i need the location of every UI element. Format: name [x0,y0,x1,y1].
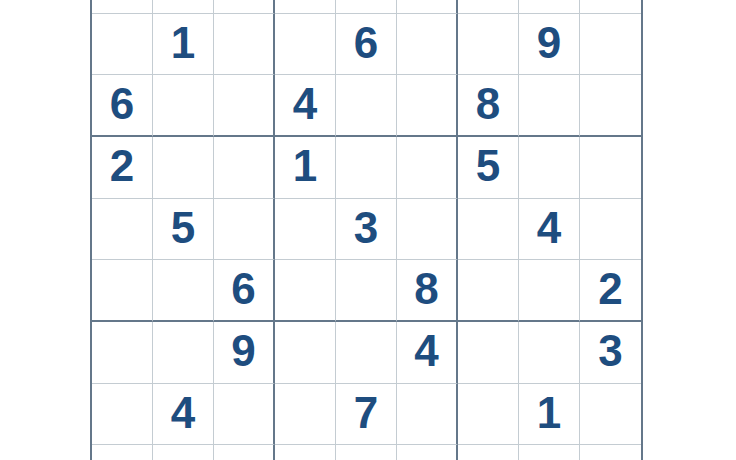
sudoku-cell-r4c2[interactable] [153,137,214,199]
sudoku-cell-r6c4[interactable] [275,260,336,322]
sudoku-cell-r2c9[interactable] [580,14,641,76]
sudoku-cell-r7c3[interactable]: 9 [214,322,275,384]
sudoku-cell-r2c8[interactable]: 9 [519,14,580,76]
sudoku-cell-r9c4[interactable] [275,445,336,460]
sudoku-cell-r1c6[interactable] [397,0,458,14]
given-digit: 1 [171,21,195,65]
given-digit: 5 [476,144,500,188]
sudoku-cell-r7c8[interactable] [519,322,580,384]
sudoku-cell-r2c6[interactable] [397,14,458,76]
sudoku-cell-r9c1[interactable] [92,445,153,460]
sudoku-cell-r9c2[interactable] [153,445,214,460]
sudoku-cell-r4c4[interactable]: 1 [275,137,336,199]
sudoku-cell-r1c8[interactable] [519,0,580,14]
sudoku-cell-r7c4[interactable] [275,322,336,384]
sudoku-cell-r7c7[interactable] [458,322,519,384]
sudoku-cell-r3c1[interactable]: 6 [92,75,153,137]
sudoku-cell-r4c7[interactable]: 5 [458,137,519,199]
sudoku-cell-r6c8[interactable] [519,260,580,322]
sudoku-cell-r5c4[interactable] [275,199,336,261]
sudoku-cell-r2c7[interactable] [458,14,519,76]
given-digit: 8 [476,82,500,126]
sudoku-cell-r1c4[interactable] [275,0,336,14]
sudoku-cell-r9c5[interactable] [336,445,397,460]
sudoku-cell-r4c9[interactable] [580,137,641,199]
given-digit: 4 [293,82,317,126]
sudoku-cell-r8c4[interactable] [275,384,336,446]
sudoku-cell-r2c1[interactable] [92,14,153,76]
sudoku-cell-r9c7[interactable] [458,445,519,460]
sudoku-cell-r1c2[interactable] [153,0,214,14]
sudoku-cell-r8c5[interactable]: 7 [336,384,397,446]
sudoku-cell-r3c8[interactable] [519,75,580,137]
sudoku-cell-r3c3[interactable] [214,75,275,137]
sudoku-cell-r6c2[interactable] [153,260,214,322]
sudoku-cell-r9c9[interactable] [580,445,641,460]
sudoku-cell-r8c6[interactable] [397,384,458,446]
sudoku-cell-r9c8[interactable] [519,445,580,460]
sudoku-page: 169648215534682943471 [0,0,736,460]
sudoku-cell-r1c9[interactable] [580,0,641,14]
sudoku-cell-r5c1[interactable] [92,199,153,261]
sudoku-cell-r7c2[interactable] [153,322,214,384]
sudoku-cell-r5c8[interactable]: 4 [519,199,580,261]
given-digit: 2 [598,267,622,311]
given-digit: 1 [293,144,317,188]
given-digit: 6 [231,267,255,311]
sudoku-cell-r2c4[interactable] [275,14,336,76]
sudoku-cell-r8c8[interactable]: 1 [519,384,580,446]
sudoku-cell-r6c1[interactable] [92,260,153,322]
sudoku-cell-r4c5[interactable] [336,137,397,199]
given-digit: 2 [110,144,134,188]
sudoku-cell-r8c2[interactable]: 4 [153,384,214,446]
given-digit: 6 [354,21,378,65]
sudoku-cell-r9c3[interactable] [214,445,275,460]
sudoku-cell-r5c7[interactable] [458,199,519,261]
given-digit: 6 [110,82,134,126]
sudoku-cell-r2c5[interactable]: 6 [336,14,397,76]
given-digit: 4 [171,391,195,435]
given-digit: 3 [354,206,378,250]
sudoku-cell-r4c1[interactable]: 2 [92,137,153,199]
given-digit: 5 [171,206,195,250]
sudoku-cell-r1c3[interactable] [214,0,275,14]
sudoku-cell-r3c5[interactable] [336,75,397,137]
sudoku-cell-r4c6[interactable] [397,137,458,199]
given-digit: 9 [537,21,561,65]
given-digit: 1 [537,391,561,435]
sudoku-cell-r6c9[interactable]: 2 [580,260,641,322]
sudoku-board: 169648215534682943471 [90,0,643,460]
sudoku-cell-r5c2[interactable]: 5 [153,199,214,261]
sudoku-cell-r5c3[interactable] [214,199,275,261]
sudoku-cell-r6c5[interactable] [336,260,397,322]
sudoku-cell-r3c9[interactable] [580,75,641,137]
sudoku-cell-r2c2[interactable]: 1 [153,14,214,76]
sudoku-cell-r7c6[interactable]: 4 [397,322,458,384]
sudoku-cell-r5c5[interactable]: 3 [336,199,397,261]
sudoku-cell-r5c9[interactable] [580,199,641,261]
sudoku-cell-r1c1[interactable] [92,0,153,14]
sudoku-cell-r1c5[interactable] [336,0,397,14]
given-digit: 3 [598,329,622,373]
given-digit: 4 [537,206,561,250]
sudoku-cell-r8c3[interactable] [214,384,275,446]
sudoku-cell-r4c8[interactable] [519,137,580,199]
sudoku-cell-r9c6[interactable] [397,445,458,460]
sudoku-cell-r7c1[interactable] [92,322,153,384]
sudoku-cell-r3c2[interactable] [153,75,214,137]
sudoku-cell-r5c6[interactable] [397,199,458,261]
sudoku-cell-r6c7[interactable] [458,260,519,322]
given-digit: 9 [231,329,255,373]
sudoku-cell-r7c9[interactable]: 3 [580,322,641,384]
given-digit: 4 [414,329,438,373]
sudoku-cell-r1c7[interactable] [458,0,519,14]
sudoku-cell-r6c3[interactable]: 6 [214,260,275,322]
sudoku-cell-r3c6[interactable] [397,75,458,137]
sudoku-cell-r6c6[interactable]: 8 [397,260,458,322]
sudoku-cell-r8c7[interactable] [458,384,519,446]
sudoku-cell-r4c3[interactable] [214,137,275,199]
given-digit: 7 [354,391,378,435]
sudoku-cell-r8c1[interactable] [92,384,153,446]
sudoku-cell-r3c7[interactable]: 8 [458,75,519,137]
given-digit: 8 [414,267,438,311]
sudoku-cell-r7c5[interactable] [336,322,397,384]
sudoku-cell-r8c9[interactable] [580,384,641,446]
sudoku-cell-r3c4[interactable]: 4 [275,75,336,137]
sudoku-cell-r2c3[interactable] [214,14,275,76]
